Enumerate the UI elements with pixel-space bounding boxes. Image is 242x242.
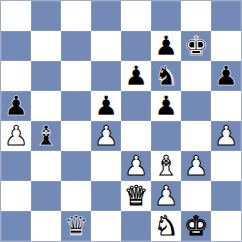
square-a8[interactable] [1,1,31,31]
square-c6[interactable] [61,61,91,91]
square-g4[interactable] [181,121,211,151]
piece-black-pawn[interactable]: ♟ [154,32,178,59]
square-a1[interactable] [1,211,31,241]
square-g1[interactable]: ♚ [181,211,211,241]
square-g7[interactable]: ♚ [181,31,211,61]
square-a4[interactable]: ♟ [1,121,31,151]
square-f1[interactable]: ♞ [151,211,181,241]
square-f7[interactable]: ♟ [151,31,181,61]
square-h6[interactable]: ♟ [211,61,241,91]
square-c4[interactable] [61,121,91,151]
piece-white-pawn[interactable]: ♟ [184,152,208,179]
square-h7[interactable] [211,31,241,61]
piece-black-pawn[interactable]: ♟ [94,92,118,119]
square-c8[interactable] [61,1,91,31]
square-h5[interactable] [211,91,241,121]
square-f2[interactable]: ♟ [151,181,181,211]
square-f5[interactable]: ♟ [151,91,181,121]
square-a2[interactable] [1,181,31,211]
piece-white-king[interactable]: ♚ [184,212,208,239]
square-a3[interactable] [1,151,31,181]
piece-white-queen[interactable]: ♛ [124,182,148,209]
square-d8[interactable] [91,1,121,31]
square-e2[interactable]: ♛ [121,181,151,211]
piece-white-pawn[interactable]: ♟ [4,122,28,149]
square-e3[interactable]: ♟ [121,151,151,181]
square-g6[interactable] [181,61,211,91]
square-a7[interactable] [1,31,31,61]
square-b1[interactable] [31,211,61,241]
piece-black-knight[interactable]: ♞ [154,62,178,89]
piece-black-king[interactable]: ♚ [184,32,208,59]
piece-white-pawn[interactable]: ♟ [124,152,148,179]
square-d7[interactable] [91,31,121,61]
piece-white-pawn[interactable]: ♟ [154,182,178,209]
square-e8[interactable] [121,1,151,31]
square-d3[interactable] [91,151,121,181]
piece-black-pawn[interactable]: ♟ [4,92,28,119]
square-d6[interactable] [91,61,121,91]
square-c2[interactable] [61,181,91,211]
square-e1[interactable] [121,211,151,241]
square-d2[interactable] [91,181,121,211]
square-a6[interactable] [1,61,31,91]
piece-white-pawn[interactable]: ♟ [214,122,238,149]
square-g3[interactable]: ♟ [181,151,211,181]
piece-black-bishop[interactable]: ♝ [34,122,58,149]
square-b8[interactable] [31,1,61,31]
square-g2[interactable] [181,181,211,211]
piece-white-bishop[interactable]: ♝ [154,152,178,179]
square-g5[interactable] [181,91,211,121]
piece-black-pawn[interactable]: ♟ [214,62,238,89]
piece-black-pawn[interactable]: ♟ [124,62,148,89]
square-g8[interactable] [181,1,211,31]
square-b5[interactable] [31,91,61,121]
square-e5[interactable] [121,91,151,121]
square-e6[interactable]: ♟ [121,61,151,91]
square-c1[interactable]: ♛ [61,211,91,241]
square-e4[interactable] [121,121,151,151]
square-b2[interactable] [31,181,61,211]
square-h3[interactable] [211,151,241,181]
square-b4[interactable]: ♝ [31,121,61,151]
square-c3[interactable] [61,151,91,181]
square-f8[interactable] [151,1,181,31]
square-b3[interactable] [31,151,61,181]
square-b6[interactable] [31,61,61,91]
square-e7[interactable] [121,31,151,61]
square-a5[interactable]: ♟ [1,91,31,121]
piece-white-knight[interactable]: ♞ [154,212,178,239]
square-b7[interactable] [31,31,61,61]
square-c5[interactable] [61,91,91,121]
piece-black-queen[interactable]: ♛ [64,212,88,239]
square-d1[interactable] [91,211,121,241]
chess-board: ♟♚♟♞♟♟♟♟♟♝♟♟♟♝♟♛♟♛♞♚ [0,0,242,242]
square-h8[interactable] [211,1,241,31]
square-h2[interactable] [211,181,241,211]
square-h4[interactable]: ♟ [211,121,241,151]
square-f4[interactable] [151,121,181,151]
square-d5[interactable]: ♟ [91,91,121,121]
piece-white-pawn[interactable]: ♟ [94,122,118,149]
square-f6[interactable]: ♞ [151,61,181,91]
square-c7[interactable] [61,31,91,61]
square-f3[interactable]: ♝ [151,151,181,181]
piece-black-pawn[interactable]: ♟ [154,92,178,119]
square-h1[interactable] [211,211,241,241]
square-d4[interactable]: ♟ [91,121,121,151]
